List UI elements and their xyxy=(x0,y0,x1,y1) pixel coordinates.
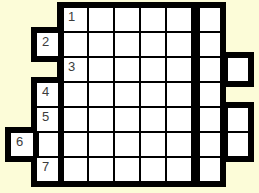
grid-cell-7D[interactable] xyxy=(88,157,114,182)
clue-number: 6 xyxy=(16,134,23,149)
grid-cell-5E[interactable] xyxy=(114,107,140,132)
grid-cell-5G[interactable] xyxy=(166,107,192,132)
grid-cell-1G[interactable] xyxy=(166,7,192,32)
clue-number: 1 xyxy=(68,9,75,24)
grid-cell-2G[interactable] xyxy=(166,32,192,57)
grid-cell-2H[interactable] xyxy=(199,32,221,57)
clue-number: 4 xyxy=(42,84,49,99)
grid-cell-5I[interactable] xyxy=(227,107,249,132)
grid-cell-5F[interactable] xyxy=(140,107,166,132)
grid-cell-5H[interactable] xyxy=(199,107,221,132)
grid-cell-5D[interactable] xyxy=(88,107,114,132)
clue-number: 7 xyxy=(42,159,49,174)
grid-cell-1D[interactable] xyxy=(88,7,114,32)
grid-cell-7F[interactable] xyxy=(140,157,166,182)
grid-cell-3D[interactable] xyxy=(88,57,114,82)
grid-cell-4F[interactable] xyxy=(140,82,166,107)
thick-separator-line xyxy=(33,132,39,157)
grid-cell-4D[interactable] xyxy=(88,82,114,107)
grid-cell-2E[interactable] xyxy=(114,32,140,57)
grid-cell-3C[interactable]: 3 xyxy=(62,57,88,82)
grid-cell-3I[interactable] xyxy=(227,57,249,82)
grid-cell-3H[interactable] xyxy=(199,57,221,82)
grid-cell-1C[interactable]: 1 xyxy=(62,7,88,32)
grid-cell-4E[interactable] xyxy=(114,82,140,107)
grid-cell-6I[interactable] xyxy=(227,132,249,157)
grid-cell-7G[interactable] xyxy=(166,157,192,182)
grid-cell-2F[interactable] xyxy=(140,32,166,57)
grid-cell-6D[interactable] xyxy=(88,132,114,157)
thick-separator-line xyxy=(58,2,64,187)
grid-cell-3F[interactable] xyxy=(140,57,166,82)
grid-cell-3G[interactable] xyxy=(166,57,192,82)
grid-cell-6E[interactable] xyxy=(114,132,140,157)
grid-cell-1H[interactable] xyxy=(199,7,221,32)
grid-cell-6F[interactable] xyxy=(140,132,166,157)
grid-cell-2C[interactable] xyxy=(62,32,88,57)
grid-cell-6H[interactable] xyxy=(199,132,221,157)
grid-cell-7E[interactable] xyxy=(114,157,140,182)
grid-cell-7C[interactable] xyxy=(62,157,88,182)
grid-cell-1E[interactable] xyxy=(114,7,140,32)
grid-cell-6G[interactable] xyxy=(166,132,192,157)
clue-number: 2 xyxy=(42,34,49,49)
grid-cell-5C[interactable] xyxy=(62,107,88,132)
grid-cell-6C[interactable] xyxy=(62,132,88,157)
grid-cell-4G[interactable] xyxy=(166,82,192,107)
clue-number: 5 xyxy=(42,109,49,124)
clue-number: 3 xyxy=(68,59,75,74)
grid-cell-4C[interactable] xyxy=(62,82,88,107)
grid-cell-7H[interactable] xyxy=(199,157,221,182)
grid-cell-2D[interactable] xyxy=(88,32,114,57)
grid-cell-1F[interactable] xyxy=(140,7,166,32)
grid-cell-3E[interactable] xyxy=(114,57,140,82)
grid-cell-4H[interactable] xyxy=(199,82,221,107)
puzzle-board: 1234567 xyxy=(0,0,259,193)
